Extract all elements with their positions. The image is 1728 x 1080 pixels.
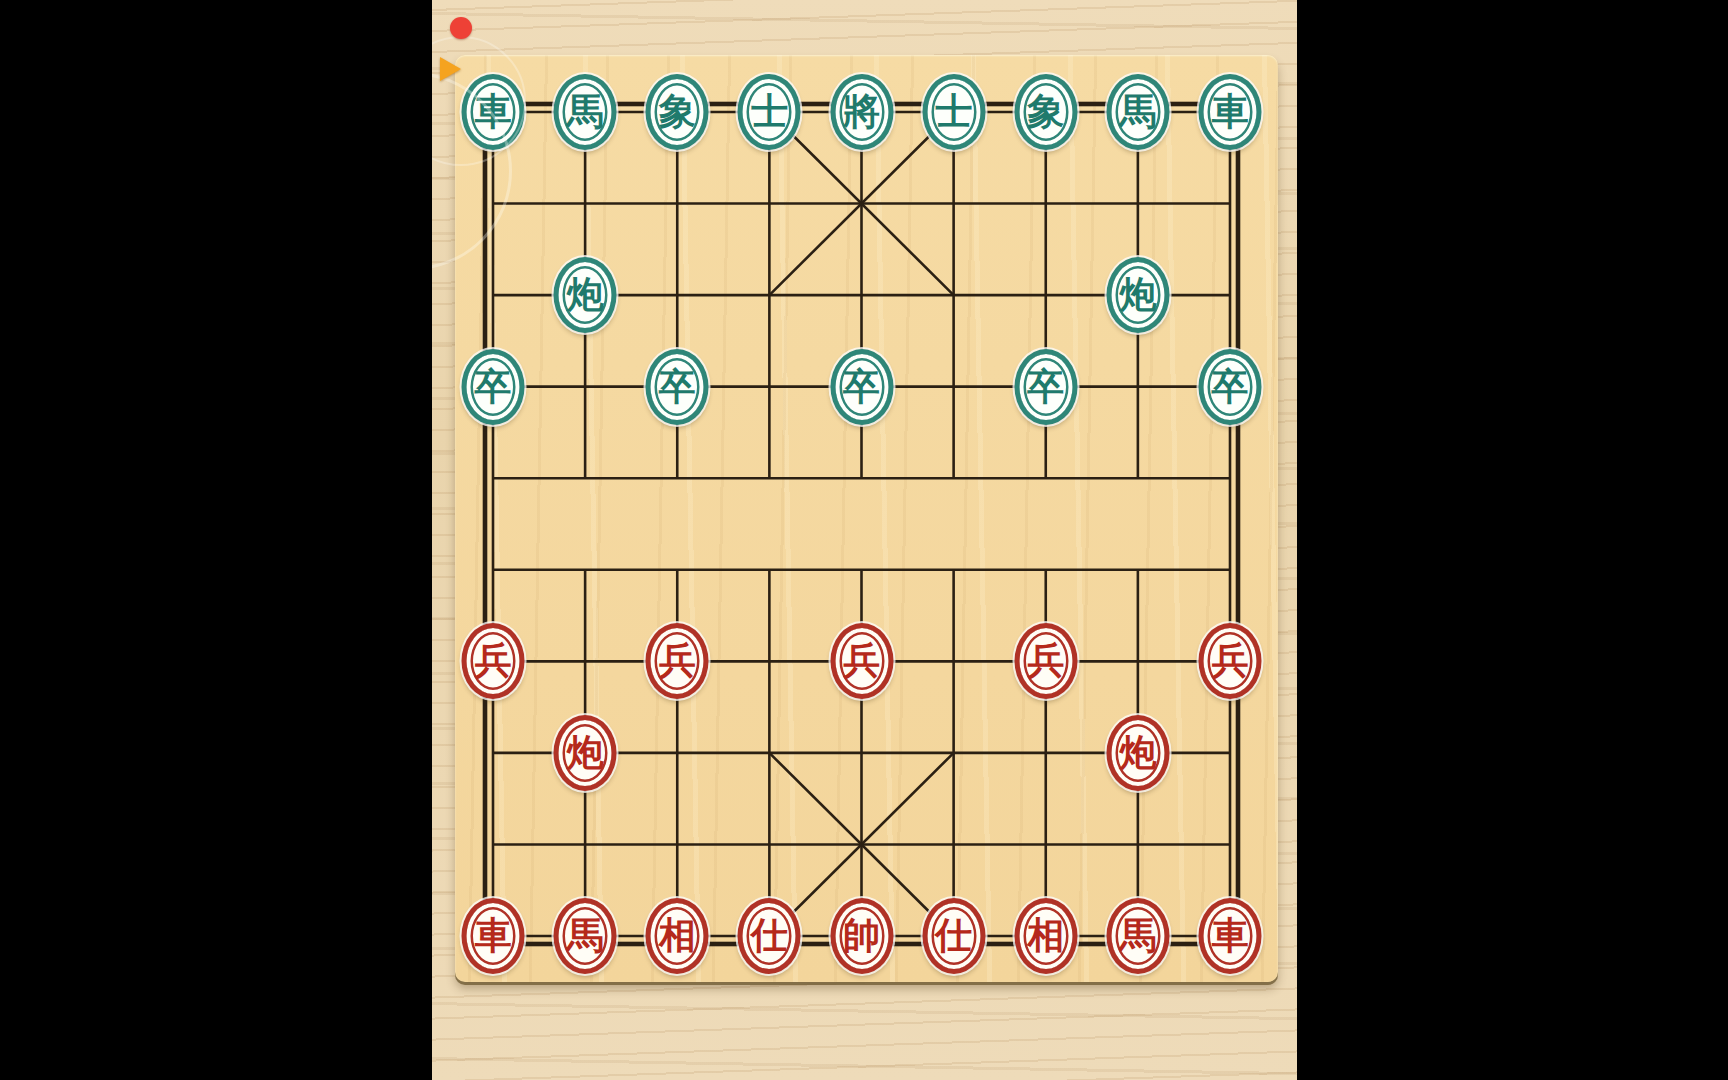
cursor-arrow-icon — [440, 57, 461, 81]
piece-red-4-9[interactable]: 仕 — [738, 903, 801, 969]
piece-body: 炮 — [554, 715, 617, 791]
piece-red-3-9[interactable]: 相 — [646, 903, 709, 969]
piece-character: 車 — [1212, 917, 1249, 954]
piece-character: 車 — [1212, 93, 1249, 130]
piece-body: 卒 — [1199, 349, 1262, 425]
piece-character: 兵 — [843, 642, 880, 679]
piece-character: 炮 — [1119, 734, 1156, 771]
piece-body: 兵 — [1014, 623, 1077, 699]
piece-character: 士 — [935, 93, 972, 130]
piece-green-1-0[interactable]: 車 — [462, 79, 525, 145]
piece-character: 兵 — [475, 642, 512, 679]
piece-body: 車 — [1199, 898, 1262, 974]
record-dot-icon — [450, 17, 472, 39]
piece-character: 兵 — [1212, 642, 1249, 679]
piece-body: 兵 — [1199, 623, 1262, 699]
piece-character: 馬 — [1119, 917, 1156, 954]
piece-character: 馬 — [567, 93, 604, 130]
piece-green-3-0[interactable]: 象 — [646, 79, 709, 145]
piece-body: 仕 — [738, 898, 801, 974]
piece-green-5-3[interactable]: 卒 — [830, 354, 893, 420]
piece-red-2-9[interactable]: 馬 — [554, 903, 617, 969]
piece-green-2-2[interactable]: 炮 — [554, 262, 617, 328]
game-stage: 車馬象士將士象馬車炮炮卒卒卒卒卒兵兵兵兵兵炮炮車馬相仕帥仕相馬車 — [432, 0, 1297, 1080]
piece-body: 相 — [1014, 898, 1077, 974]
piece-red-1-6[interactable]: 兵 — [462, 628, 525, 694]
piece-character: 馬 — [567, 917, 604, 954]
piece-red-9-6[interactable]: 兵 — [1199, 628, 1262, 694]
piece-character: 象 — [1027, 93, 1064, 130]
piece-body: 炮 — [554, 257, 617, 333]
piece-body: 兵 — [646, 623, 709, 699]
piece-character: 車 — [475, 93, 512, 130]
piece-green-8-0[interactable]: 馬 — [1106, 79, 1169, 145]
piece-green-2-0[interactable]: 馬 — [554, 79, 617, 145]
piece-character: 相 — [659, 917, 696, 954]
piece-body: 兵 — [462, 623, 525, 699]
piece-body: 將 — [830, 74, 893, 150]
piece-green-7-3[interactable]: 卒 — [1014, 354, 1077, 420]
piece-character: 仕 — [935, 917, 972, 954]
piece-red-5-6[interactable]: 兵 — [830, 628, 893, 694]
piece-body: 馬 — [554, 898, 617, 974]
piece-body: 卒 — [830, 349, 893, 425]
piece-green-6-0[interactable]: 士 — [922, 79, 985, 145]
piece-character: 兵 — [1027, 642, 1064, 679]
piece-green-5-0[interactable]: 將 — [830, 79, 893, 145]
piece-red-6-9[interactable]: 仕 — [922, 903, 985, 969]
piece-red-7-6[interactable]: 兵 — [1014, 628, 1077, 694]
piece-green-1-3[interactable]: 卒 — [462, 354, 525, 420]
piece-green-3-3[interactable]: 卒 — [646, 354, 709, 420]
piece-red-2-7[interactable]: 炮 — [554, 720, 617, 786]
piece-red-8-7[interactable]: 炮 — [1106, 720, 1169, 786]
piece-character: 卒 — [475, 368, 512, 405]
piece-character: 炮 — [567, 734, 604, 771]
piece-body: 卒 — [1014, 349, 1077, 425]
piece-character: 卒 — [1212, 368, 1249, 405]
piece-character: 帥 — [843, 917, 880, 954]
piece-body: 車 — [1199, 74, 1262, 150]
piece-red-8-9[interactable]: 馬 — [1106, 903, 1169, 969]
piece-character: 炮 — [1119, 276, 1156, 313]
piece-red-5-9[interactable]: 帥 — [830, 903, 893, 969]
piece-green-8-2[interactable]: 炮 — [1106, 262, 1169, 328]
piece-character: 卒 — [659, 368, 696, 405]
piece-character: 將 — [843, 93, 880, 130]
piece-body: 卒 — [646, 349, 709, 425]
screen: 車馬象士將士象馬車炮炮卒卒卒卒卒兵兵兵兵兵炮炮車馬相仕帥仕相馬車 — [0, 0, 1728, 1080]
piece-body: 象 — [1014, 74, 1077, 150]
piece-body: 兵 — [830, 623, 893, 699]
piece-red-1-9[interactable]: 車 — [462, 903, 525, 969]
piece-body: 卒 — [462, 349, 525, 425]
piece-body: 車 — [462, 898, 525, 974]
piece-green-4-0[interactable]: 士 — [738, 79, 801, 145]
piece-green-9-0[interactable]: 車 — [1199, 79, 1262, 145]
piece-green-9-3[interactable]: 卒 — [1199, 354, 1262, 420]
piece-body: 炮 — [1106, 715, 1169, 791]
piece-character: 炮 — [567, 276, 604, 313]
piece-body: 帥 — [830, 898, 893, 974]
piece-body: 士 — [738, 74, 801, 150]
piece-character: 士 — [751, 93, 788, 130]
piece-body: 象 — [646, 74, 709, 150]
piece-character: 馬 — [1119, 93, 1156, 130]
piece-character: 車 — [475, 917, 512, 954]
piece-body: 車 — [462, 74, 525, 150]
piece-body: 炮 — [1106, 257, 1169, 333]
piece-red-9-9[interactable]: 車 — [1199, 903, 1262, 969]
piece-body: 馬 — [1106, 898, 1169, 974]
piece-body: 仕 — [922, 898, 985, 974]
piece-character: 兵 — [659, 642, 696, 679]
piece-body: 馬 — [554, 74, 617, 150]
piece-red-7-9[interactable]: 相 — [1014, 903, 1077, 969]
piece-character: 卒 — [843, 368, 880, 405]
piece-green-7-0[interactable]: 象 — [1014, 79, 1077, 145]
piece-red-3-6[interactable]: 兵 — [646, 628, 709, 694]
piece-body: 士 — [922, 74, 985, 150]
piece-character: 卒 — [1027, 368, 1064, 405]
piece-character: 仕 — [751, 917, 788, 954]
piece-body: 相 — [646, 898, 709, 974]
piece-character: 象 — [659, 93, 696, 130]
piece-character: 相 — [1027, 917, 1064, 954]
piece-body: 馬 — [1106, 74, 1169, 150]
